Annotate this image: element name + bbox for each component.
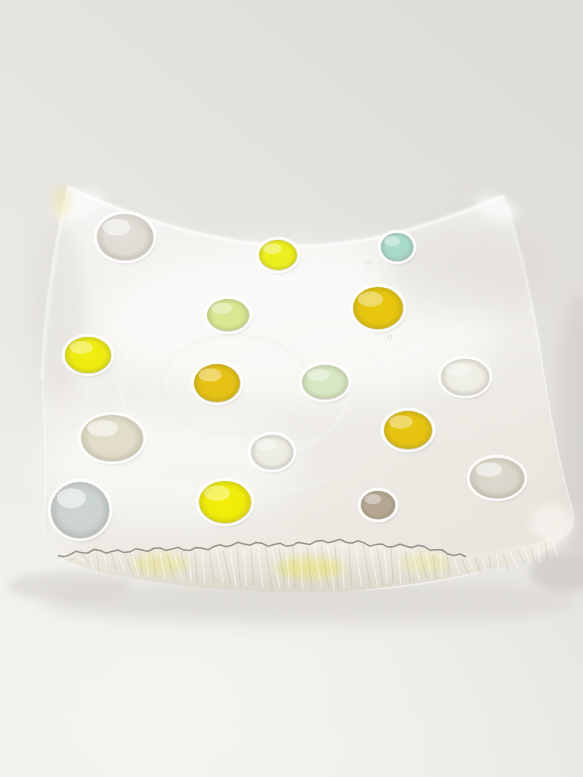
glass-dot-4-pale-chartreuse (205, 297, 251, 335)
glass-dot-9-white (439, 357, 491, 399)
air-bubble (366, 260, 370, 264)
dot-gloss-highlight (87, 420, 118, 437)
dot-gloss-highlight (364, 494, 381, 504)
glass-dot-1-clear (95, 212, 155, 264)
dot-gloss-highlight (103, 219, 131, 236)
dot-gloss-highlight (384, 236, 400, 246)
dot-gloss-highlight (446, 363, 470, 376)
glass-dot-15-taupe-silver (359, 489, 397, 523)
glass-dot-12-white (249, 433, 295, 473)
dot-gloss-highlight (70, 341, 93, 354)
glass-dot-14-bright-yellow (197, 479, 253, 527)
glass-dot-10-clear-pale-yellow (79, 413, 145, 465)
glass-dot-8-pale-celadon (300, 363, 350, 403)
dot-gloss-highlight (199, 368, 222, 382)
dot-gloss-highlight (389, 415, 413, 429)
dot-gloss-highlight (204, 486, 230, 501)
glass-dot-5-golden-amber (351, 285, 405, 333)
glass-dot-3-aqua-blue (379, 231, 415, 265)
dot-gloss-highlight (358, 292, 383, 307)
glass-dish-photo (0, 0, 583, 777)
glass-dot-2-lemon-yellow (257, 238, 299, 274)
glass-dot-13-clear-pale-blue (49, 480, 111, 542)
glass-dot-16-clear-silver (468, 456, 526, 502)
air-bubble (388, 335, 391, 338)
glass-dot-11-golden-amber (382, 409, 434, 453)
glass-dot-7-golden-amber (192, 362, 242, 406)
dot-gloss-highlight (211, 303, 232, 315)
corner-glow-br (530, 505, 574, 541)
dot-gloss-highlight (475, 462, 502, 476)
glass-dot-6-bright-yellow (63, 335, 113, 377)
dot-gloss-highlight (307, 369, 330, 381)
photo-canvas (0, 0, 583, 777)
corner-tint-tl (54, 186, 70, 218)
dot-gloss-highlight (255, 439, 276, 451)
dot-gloss-highlight (57, 488, 86, 508)
left-shadow (8, 571, 132, 601)
dot-gloss-highlight (263, 243, 282, 254)
